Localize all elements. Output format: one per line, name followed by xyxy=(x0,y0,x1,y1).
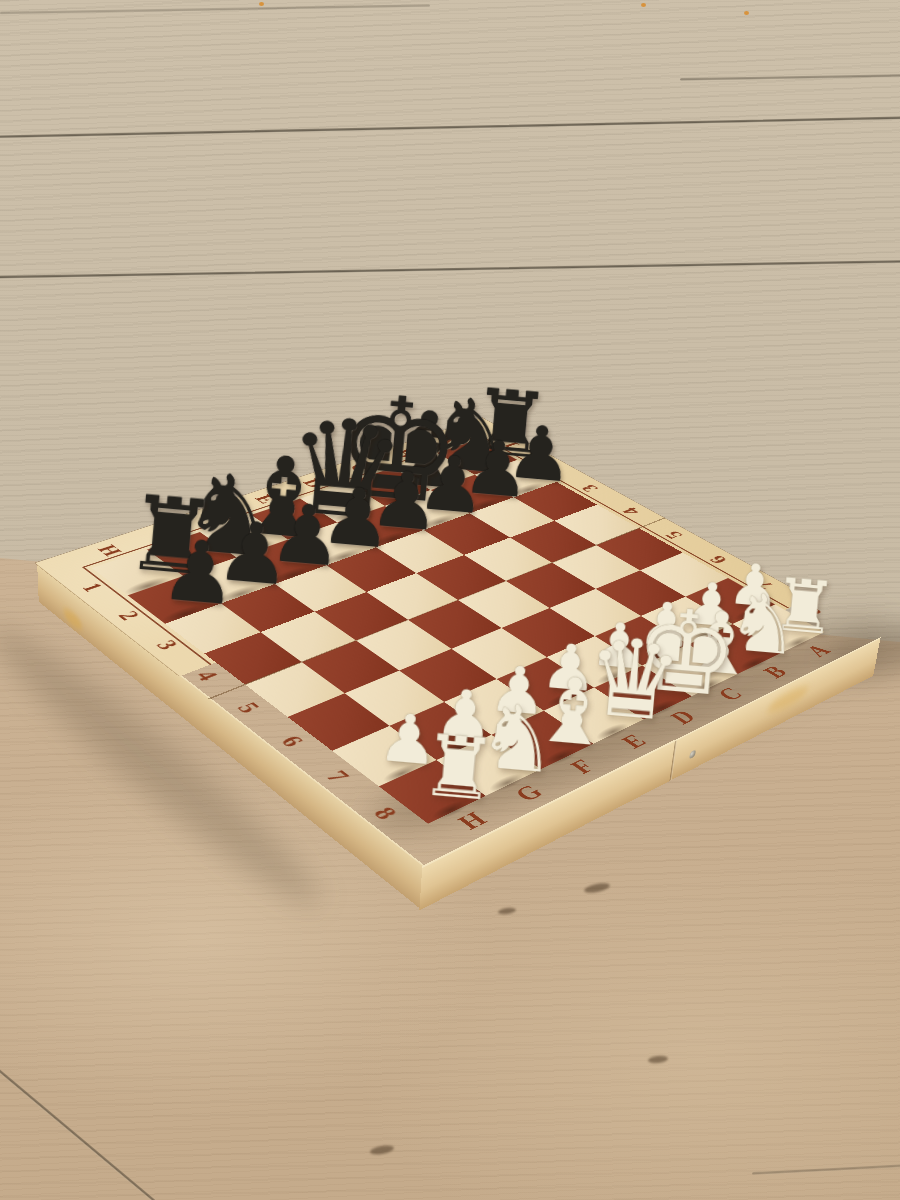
screw xyxy=(689,749,696,759)
board-top-surface: ♜♞♝♛♚♝♞♜♟♟♟♟♟♟♟♟♟♟♟♟♟♟♟♟♜♞♝♛♚♝♞♜ HGFEDCB… xyxy=(35,418,880,866)
chess-board: ♜♞♝♛♚♝♞♜♟♟♟♟♟♟♟♟♟♟♟♟♟♟♟♟♜♞♝♛♚♝♞♜ HGFEDCB… xyxy=(35,418,880,866)
rank-label-left-3: 3 xyxy=(128,628,204,663)
black-pawn-h2[interactable]: ♟ xyxy=(158,529,232,615)
wood-knot xyxy=(63,605,82,634)
board-scene: ♜♞♝♛♚♝♞♜♟♟♟♟♟♟♟♟♟♟♟♟♟♟♟♟♜♞♝♛♚♝♞♜ HGFEDCB… xyxy=(0,0,900,1200)
square-e4[interactable] xyxy=(366,573,458,620)
photo-stage: ♜♞♝♛♚♝♞♜♟♟♟♟♟♟♟♟♟♟♟♟♟♟♟♟♜♞♝♛♚♝♞♜ HGFEDCB… xyxy=(0,0,900,1200)
hinge-seam xyxy=(669,740,677,781)
squares-grid: ♜♞♝♛♚♝♞♜♟♟♟♟♟♟♟♟♟♟♟♟♟♟♟♟♜♞♝♛♚♝♞♜ xyxy=(92,439,825,824)
rank-label-left-1: 1 xyxy=(55,572,129,604)
rank-label-left-2: 2 xyxy=(91,599,166,633)
white-rook-h8[interactable]: ♜ xyxy=(417,724,500,811)
